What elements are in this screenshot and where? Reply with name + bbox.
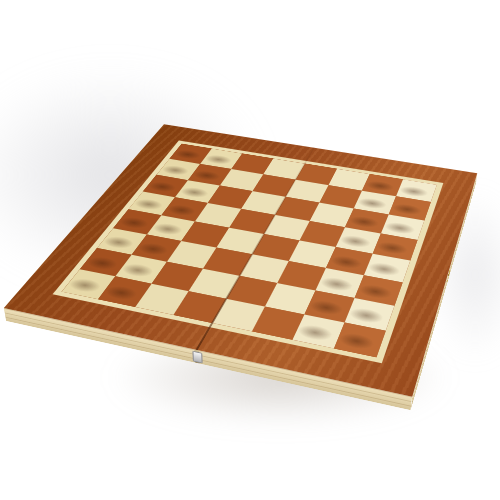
white-rook-glyph: ♜ <box>336 295 382 346</box>
white-pawn-glyph: ♟ <box>297 291 338 337</box>
product-photo: ♜♟♟♜♞♟♟♞♝♟♟♝♛♟♟♛♚♟♟♚♝♟♟♝♞♟♟♞♜♟♟♜ <box>0 0 500 500</box>
chess-board: ♜♟♟♜♞♟♟♞♝♟♟♝♛♟♟♛♚♟♟♚♝♟♟♝♞♟♟♞♜♟♟♜ <box>4 124 477 396</box>
board-grid: ♜♟♟♜♞♟♟♞♝♟♟♝♛♟♟♛♚♟♟♚♝♟♟♝♞♟♟♞♜♟♟♜ <box>53 141 444 364</box>
square-3-3 <box>229 209 275 234</box>
black-rook-glyph: ♜ <box>66 242 109 289</box>
square-7-7: ♜ <box>334 322 386 357</box>
metal-hinge-icon <box>192 351 202 364</box>
brass-clasp-icon <box>447 264 452 286</box>
black-pawn-glyph: ♟ <box>104 253 143 297</box>
